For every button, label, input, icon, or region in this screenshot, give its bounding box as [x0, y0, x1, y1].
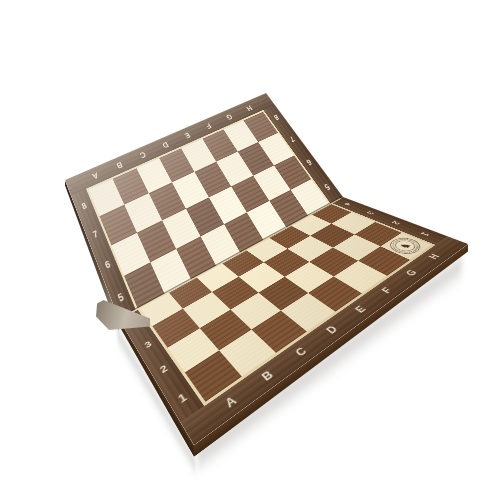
product-photo[interactable]: 87658765ABCDEFGH 43214321ABCDEFGH♞	[0, 0, 500, 500]
